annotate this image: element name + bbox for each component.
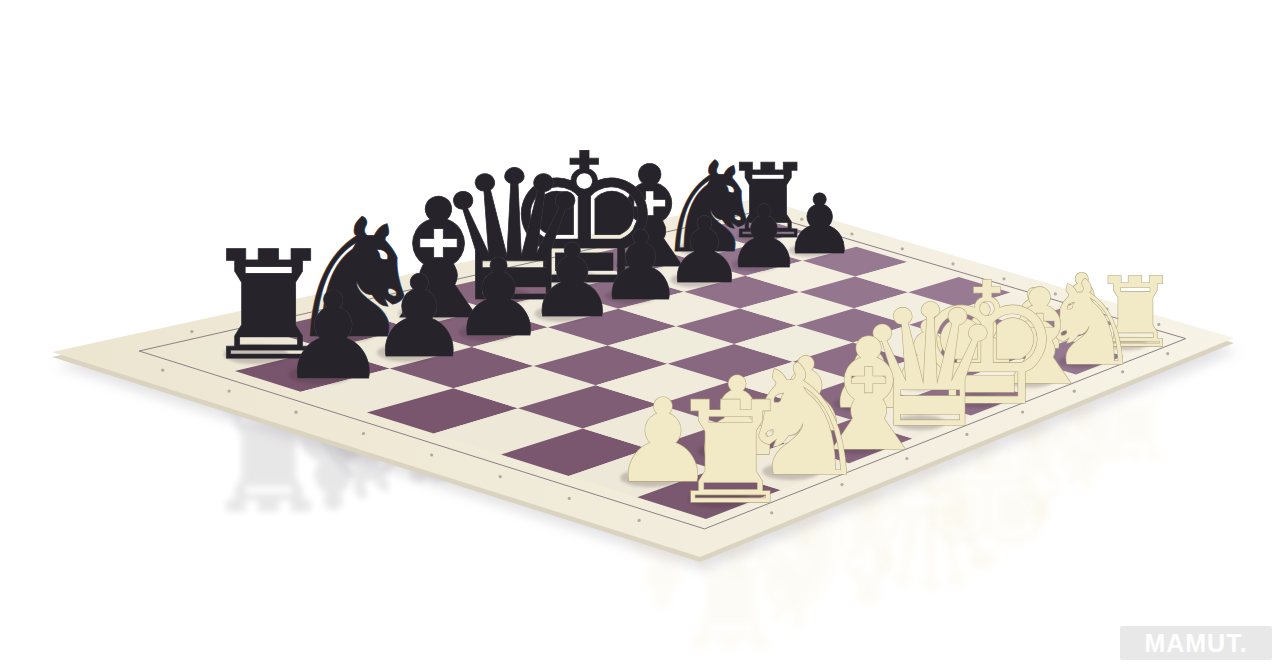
- border-mark: [568, 497, 571, 500]
- watermark-badge: MAMUT.: [1120, 626, 1272, 660]
- chessboard-svg: ♜♞♟♝♟♚♟♛♟♟♝♟♟♞♜♟♟♜♞♟♟♝♟♚♟♛♟♝♟♞♟♜♜♞♟♝♟♚♟♛…: [0, 0, 1280, 670]
- border-mark: [430, 453, 433, 456]
- border-mark: [901, 247, 904, 250]
- chessboard: ♜♞♟♝♟♚♟♛♟♟♝♟♟♞♜♟♟♜♞♟♟♝♟♚♟♛♟♝♟♞♟♜♜♞♟♝♟♚♟♛…: [0, 0, 1280, 670]
- border-mark: [638, 519, 641, 522]
- border-mark: [499, 475, 502, 478]
- border-mark: [294, 411, 297, 414]
- watermark-text: MAMUT.: [1144, 629, 1247, 658]
- border-mark: [161, 369, 164, 372]
- piece-black-pawn-a7: ♟: [279, 266, 387, 406]
- border-mark: [190, 330, 193, 333]
- piece-white-rook-a1: ♜: [668, 372, 794, 535]
- border-mark: [362, 432, 365, 435]
- product-photo-scene: ♜♞♟♝♟♚♟♛♟♟♝♟♟♞♜♟♟♜♞♟♟♝♟♚♟♛♟♝♟♞♟♜♜♞♟♝♟♚♟♛…: [0, 0, 1280, 670]
